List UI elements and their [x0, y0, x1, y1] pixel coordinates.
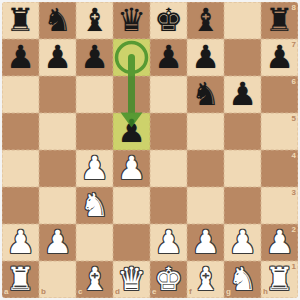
square-a2[interactable]: ♟: [2, 224, 39, 261]
file-label-f: f: [189, 288, 192, 296]
file-label-c: c: [78, 288, 82, 296]
square-h1[interactable]: ♜1h: [261, 261, 298, 298]
white-pawn-a2[interactable]: ♟: [2, 224, 39, 261]
white-bishop-f1[interactable]: ♝: [187, 261, 224, 298]
black-pawn-a7[interactable]: ♟: [2, 39, 39, 76]
square-e4[interactable]: [150, 150, 187, 187]
square-b5[interactable]: [39, 113, 76, 150]
square-f7[interactable]: ♟: [187, 39, 224, 76]
rank-label-6: 6: [292, 78, 296, 86]
square-b2[interactable]: ♟: [39, 224, 76, 261]
square-c1[interactable]: ♝c: [76, 261, 113, 298]
square-c2[interactable]: [76, 224, 113, 261]
square-g4[interactable]: [224, 150, 261, 187]
rank-label-7: 7: [292, 41, 296, 49]
square-h3[interactable]: 3: [261, 187, 298, 224]
white-pawn-d4[interactable]: ♟: [113, 150, 150, 187]
white-pawn-c4[interactable]: ♟: [76, 150, 113, 187]
rank-label-8: 8: [292, 4, 296, 12]
square-c8[interactable]: ♝: [76, 2, 113, 39]
square-c5[interactable]: [76, 113, 113, 150]
rank-label-3: 3: [292, 189, 296, 197]
square-f1[interactable]: ♝f: [187, 261, 224, 298]
file-label-d: d: [115, 288, 120, 296]
square-d8[interactable]: ♛: [113, 2, 150, 39]
square-a4[interactable]: [2, 150, 39, 187]
square-e3[interactable]: [150, 187, 187, 224]
square-d5[interactable]: ♟: [113, 113, 150, 150]
square-g1[interactable]: ♞g: [224, 261, 261, 298]
rank-label-4: 4: [292, 152, 296, 160]
file-label-e: e: [152, 288, 156, 296]
square-b4[interactable]: [39, 150, 76, 187]
white-pawn-b2[interactable]: ♟: [39, 224, 76, 261]
black-pawn-g6[interactable]: ♟: [224, 76, 261, 113]
square-h7[interactable]: ♟7: [261, 39, 298, 76]
square-a3[interactable]: [2, 187, 39, 224]
square-g3[interactable]: [224, 187, 261, 224]
square-e1[interactable]: ♚e: [150, 261, 187, 298]
black-pawn-e7[interactable]: ♟: [150, 39, 187, 76]
square-d4[interactable]: ♟: [113, 150, 150, 187]
square-d6[interactable]: [113, 76, 150, 113]
square-a8[interactable]: ♜: [2, 2, 39, 39]
square-e8[interactable]: ♚: [150, 2, 187, 39]
square-e5[interactable]: [150, 113, 187, 150]
square-f4[interactable]: [187, 150, 224, 187]
square-d1[interactable]: ♛d: [113, 261, 150, 298]
square-g5[interactable]: [224, 113, 261, 150]
square-h8[interactable]: ♜8: [261, 2, 298, 39]
screenshot-frame: ♜♞♝♛♚♝♜8♟♟♟♟♟♟7♞♟6♟5♟♟4♞3♟♟♟♟♟♟2♜ab♝c♛d♚…: [0, 0, 300, 300]
black-pawn-c7[interactable]: ♟: [76, 39, 113, 76]
black-queen-d8[interactable]: ♛: [113, 2, 150, 39]
white-knight-c3[interactable]: ♞: [76, 187, 113, 224]
rank-label-5: 5: [292, 115, 296, 123]
square-f5[interactable]: [187, 113, 224, 150]
square-g8[interactable]: [224, 2, 261, 39]
black-bishop-f8[interactable]: ♝: [187, 2, 224, 39]
square-b1[interactable]: b: [39, 261, 76, 298]
file-label-a: a: [4, 288, 8, 296]
square-g6[interactable]: ♟: [224, 76, 261, 113]
square-d3[interactable]: [113, 187, 150, 224]
square-f6[interactable]: ♞: [187, 76, 224, 113]
black-pawn-b7[interactable]: ♟: [39, 39, 76, 76]
black-bishop-c8[interactable]: ♝: [76, 2, 113, 39]
file-label-g: g: [226, 288, 231, 296]
black-pawn-d5[interactable]: ♟: [113, 113, 150, 150]
square-g7[interactable]: [224, 39, 261, 76]
file-label-h: h: [263, 288, 268, 296]
square-b3[interactable]: [39, 187, 76, 224]
square-h4[interactable]: 4: [261, 150, 298, 187]
black-knight-b8[interactable]: ♞: [39, 2, 76, 39]
square-f3[interactable]: [187, 187, 224, 224]
square-e7[interactable]: ♟: [150, 39, 187, 76]
square-e2[interactable]: ♟: [150, 224, 187, 261]
board[interactable]: ♜♞♝♛♚♝♜8♟♟♟♟♟♟7♞♟6♟5♟♟4♞3♟♟♟♟♟♟2♜ab♝c♛d♚…: [2, 2, 298, 298]
square-a6[interactable]: [2, 76, 39, 113]
square-d7[interactable]: [113, 39, 150, 76]
rank-label-1: 1: [292, 263, 296, 271]
black-rook-a8[interactable]: ♜: [2, 2, 39, 39]
square-c3[interactable]: ♞: [76, 187, 113, 224]
file-label-b: b: [41, 288, 46, 296]
square-c6[interactable]: [76, 76, 113, 113]
square-b6[interactable]: [39, 76, 76, 113]
black-knight-f6[interactable]: ♞: [187, 76, 224, 113]
rank-label-2: 2: [292, 226, 296, 234]
square-a7[interactable]: ♟: [2, 39, 39, 76]
square-a1[interactable]: ♜a: [2, 261, 39, 298]
square-c4[interactable]: ♟: [76, 150, 113, 187]
square-b7[interactable]: ♟: [39, 39, 76, 76]
square-f2[interactable]: ♟: [187, 224, 224, 261]
square-h5[interactable]: 5: [261, 113, 298, 150]
white-pawn-f2[interactable]: ♟: [187, 224, 224, 261]
square-d2[interactable]: [113, 224, 150, 261]
square-h6[interactable]: 6: [261, 76, 298, 113]
square-b8[interactable]: ♞: [39, 2, 76, 39]
square-f8[interactable]: ♝: [187, 2, 224, 39]
white-pawn-g2[interactable]: ♟: [224, 224, 261, 261]
square-c7[interactable]: ♟: [76, 39, 113, 76]
square-g2[interactable]: ♟: [224, 224, 261, 261]
square-e6[interactable]: [150, 76, 187, 113]
square-a5[interactable]: [2, 113, 39, 150]
white-pawn-e2[interactable]: ♟: [150, 224, 187, 261]
black-pawn-f7[interactable]: ♟: [187, 39, 224, 76]
black-king-e8[interactable]: ♚: [150, 2, 187, 39]
square-h2[interactable]: ♟2: [261, 224, 298, 261]
